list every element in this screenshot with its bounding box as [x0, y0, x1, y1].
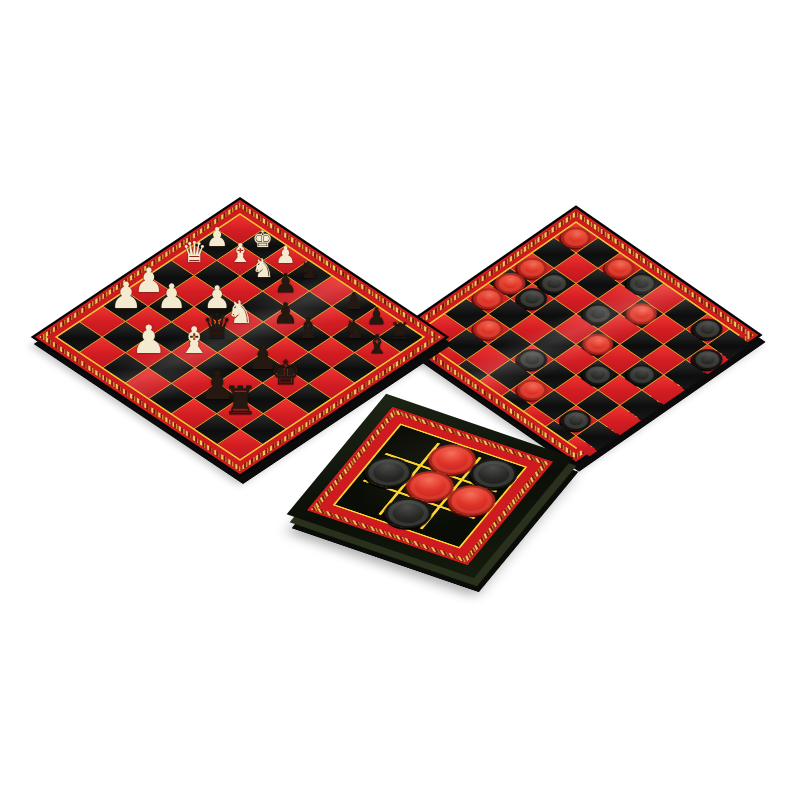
tictactoe-field	[333, 423, 528, 548]
tictactoe-grid	[335, 425, 524, 547]
product-photo-scene: ♚♟♞♟♟♜♟♝♞♟♞♝♛♟♝♟♞♟♟♛♟♚♟♝♟♟♜	[0, 0, 800, 800]
checkers-grid	[412, 221, 740, 449]
